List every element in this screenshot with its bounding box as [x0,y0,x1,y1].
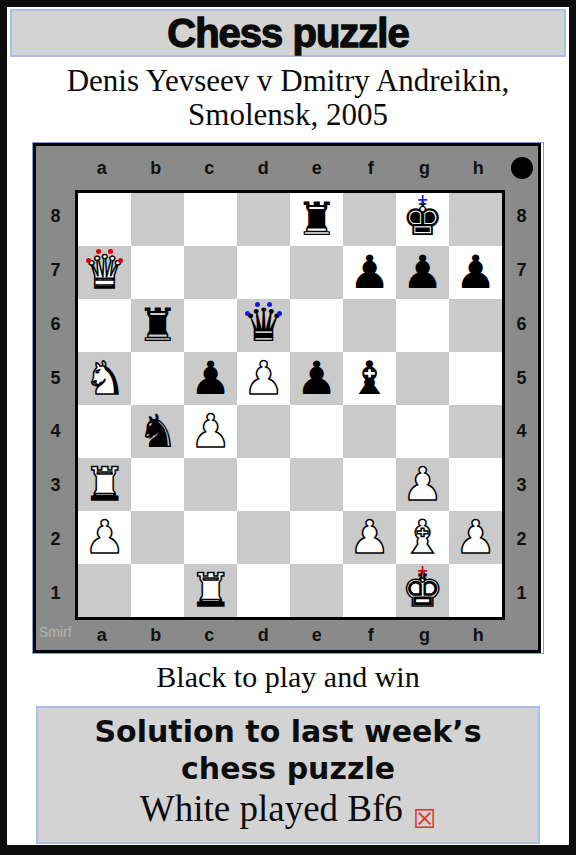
square-c7 [184,246,237,299]
square-b1 [131,564,184,617]
file-label-g: g [398,620,452,650]
square-e8: ♜ [290,193,343,246]
square-a8 [78,193,131,246]
square-d8 [237,193,290,246]
black-pawn: ♟ [449,246,502,299]
square-e7 [290,246,343,299]
black-bishop: ♝ [343,352,396,405]
square-e1 [290,564,343,617]
white-king: ♚ [396,564,449,617]
file-label-h: h [451,620,505,650]
square-g3: ♟ [396,458,449,511]
white-knight: ♞ [78,352,131,405]
square-g7: ♟ [396,246,449,299]
rank-label-2: 2 [36,513,75,567]
square-b8 [131,193,184,246]
rank-label-8: 8 [505,190,538,244]
broken-image-icon: ☒ [413,804,436,834]
square-a3: ♜ [78,458,131,511]
black-to-move-indicator [511,157,533,179]
frame-corner-top-left [36,146,75,190]
solution-box: Solution to last week’s chess puzzle Whi… [36,706,540,844]
black-pawn: ♟ [343,246,396,299]
white-pawn: ♟ [78,511,131,564]
file-label-f: f [344,620,398,650]
square-f4 [343,405,396,458]
rank-labels-left: 87654321 [36,190,75,620]
square-g1: ♚+ [396,564,449,617]
rank-label-3: 3 [36,459,75,513]
white-pawn: ♟ [184,405,237,458]
square-f6 [343,299,396,352]
square-f1 [343,564,396,617]
white-pawn: ♟ [449,511,502,564]
rank-label-2: 2 [505,513,538,567]
rank-labels-right: 87654321 [505,190,538,620]
square-d7 [237,246,290,299]
rank-label-6: 6 [505,298,538,352]
square-g5 [396,352,449,405]
file-label-f: f [344,146,398,190]
players-line: Denis Yevseev v Dmitry Andreikin, [7,64,569,98]
solution-heading: Solution to last week’s chess puzzle [48,713,528,787]
smirf-watermark: Smirf [39,624,72,640]
square-h4 [449,405,502,458]
rank-label-1: 1 [505,566,538,620]
white-rook: ♜ [78,458,131,511]
file-label-c: c [183,620,237,650]
square-c3 [184,458,237,511]
board-frame: abcdefgh 87654321 ♜♚+♛♟♟♟♜♛♞♟♟♟♝♞♟♜♟♟♟♝♟… [33,143,541,653]
black-queen: ♛ [237,299,290,352]
square-a4 [78,405,131,458]
frame-corner-bottom-left: Smirf [36,620,75,650]
square-b5 [131,352,184,405]
square-h1 [449,564,502,617]
square-h8 [449,193,502,246]
board-squares: ♜♚+♛♟♟♟♜♛♞♟♟♟♝♞♟♜♟♟♟♝♟♜♚+ [75,190,505,620]
file-label-b: b [129,146,183,190]
square-h5 [449,352,502,405]
file-label-a: a [75,146,129,190]
square-c2 [184,511,237,564]
page: Chess puzzle Denis Yevseev v Dmitry Andr… [0,0,576,855]
file-label-a: a [75,620,129,650]
square-a6 [78,299,131,352]
rank-label-5: 5 [505,351,538,405]
rank-label-4: 4 [505,405,538,459]
page-title: Chess puzzle [167,11,408,56]
square-a2: ♟ [78,511,131,564]
file-label-d: d [236,146,290,190]
square-c4: ♟ [184,405,237,458]
square-a1 [78,564,131,617]
square-a5: ♞ [78,352,131,405]
frame-corner-top-right [505,146,538,190]
square-e2 [290,511,343,564]
black-pawn: ♟ [184,352,237,405]
black-rook: ♜ [290,193,343,246]
rank-label-7: 7 [505,244,538,298]
white-pawn: ♟ [343,511,396,564]
rank-label-5: 5 [36,351,75,405]
square-g2: ♝ [396,511,449,564]
square-d1 [237,564,290,617]
square-c5: ♟ [184,352,237,405]
square-b4: ♞ [131,405,184,458]
square-h6 [449,299,502,352]
rank-label-1: 1 [36,566,75,620]
match-subtitle: Denis Yevseev v Dmitry Andreikin, Smolen… [7,64,569,132]
rank-label-7: 7 [36,244,75,298]
file-label-c: c [183,146,237,190]
square-g6 [396,299,449,352]
chess-board: abcdefgh 87654321 ♜♚+♛♟♟♟♜♛♞♟♟♟♝♞♟♜♟♟♟♝♟… [32,142,544,654]
square-f2: ♟ [343,511,396,564]
square-d6: ♛ [237,299,290,352]
square-h3 [449,458,502,511]
black-rook: ♜ [131,299,184,352]
square-b3 [131,458,184,511]
square-e5: ♟ [290,352,343,405]
square-f5: ♝ [343,352,396,405]
black-knight: ♞ [131,405,184,458]
rank-label-3: 3 [505,459,538,513]
square-c8 [184,193,237,246]
square-d3 [237,458,290,511]
file-label-d: d [236,620,290,650]
square-h7: ♟ [449,246,502,299]
black-king: ♚ [396,193,449,246]
file-label-e: e [290,146,344,190]
file-label-h: h [451,146,505,190]
square-d4 [237,405,290,458]
square-f7: ♟ [343,246,396,299]
square-d5: ♟ [237,352,290,405]
square-f3 [343,458,396,511]
file-label-g: g [398,146,452,190]
square-e4 [290,405,343,458]
event-line: Smolensk, 2005 [7,98,569,132]
file-labels-top: abcdefgh [75,146,505,190]
square-b7 [131,246,184,299]
square-g8: ♚+ [396,193,449,246]
white-rook: ♜ [184,564,237,617]
solution-move: White played Bf6 [140,788,403,829]
square-e3 [290,458,343,511]
file-label-b: b [129,620,183,650]
square-c6 [184,299,237,352]
file-label-e: e [290,620,344,650]
square-b6: ♜ [131,299,184,352]
white-pawn: ♟ [396,458,449,511]
square-c1: ♜ [184,564,237,617]
solution-text: White played Bf6☒ [48,787,528,834]
square-h2: ♟ [449,511,502,564]
square-e6 [290,299,343,352]
black-pawn: ♟ [396,246,449,299]
file-labels-bottom: abcdefgh [75,620,505,650]
square-a7: ♛ [78,246,131,299]
square-g4 [396,405,449,458]
rank-label-8: 8 [36,190,75,244]
square-d2 [237,511,290,564]
white-bishop: ♝ [396,511,449,564]
square-f8 [343,193,396,246]
white-pawn: ♟ [237,352,290,405]
frame-corner-bottom-right [505,620,538,650]
caption: Black to play and win [7,660,569,694]
title-banner: Chess puzzle [10,9,566,57]
white-queen: ♛ [78,246,131,299]
rank-label-6: 6 [36,298,75,352]
square-b2 [131,511,184,564]
black-pawn: ♟ [290,352,343,405]
rank-label-4: 4 [36,405,75,459]
